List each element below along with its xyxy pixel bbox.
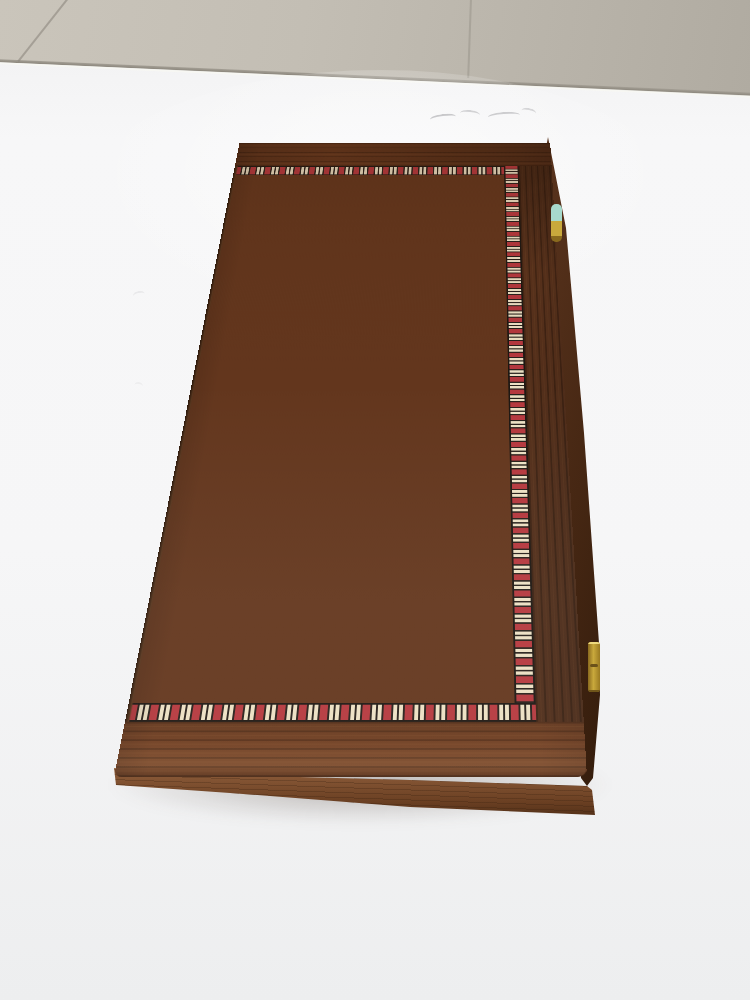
table-speck [132, 290, 145, 300]
mosaic-inlay-border-top [233, 166, 519, 175]
mosaic-inlay-border-bottom [125, 703, 536, 722]
table-speck [133, 381, 143, 390]
photo-stage [0, 0, 750, 1000]
board-frame-top [235, 143, 552, 166]
board-frame-bottom [114, 722, 587, 777]
brass-hinge [588, 642, 600, 692]
brass-clasp [551, 204, 562, 242]
